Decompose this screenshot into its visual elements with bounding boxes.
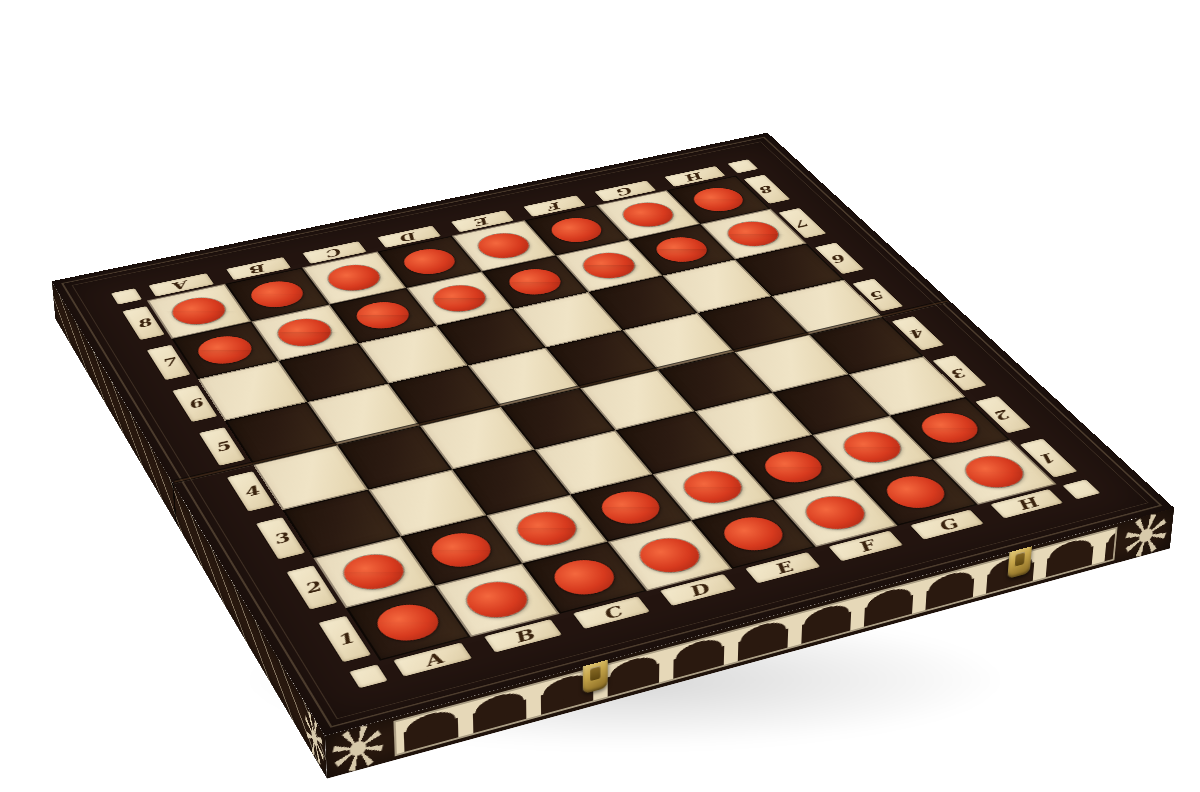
piece-glyph: ♟	[342, 181, 423, 329]
chess-set-photo: 88AA77BB66CC55DD44EE33FF22GG11HH ♜♞♝♛♚♝♞…	[0, 0, 1200, 792]
coord-label: 6	[184, 397, 205, 410]
piece-glyph: ♟	[569, 135, 648, 279]
coord-label: E	[770, 560, 796, 576]
coord-file-c-bottom: C	[573, 596, 650, 629]
coord-rank-6-left: 6	[172, 385, 217, 422]
coord-file-g-bottom: G	[910, 510, 984, 540]
coord-label: 1	[333, 630, 357, 647]
coord-rank-4-left: 4	[227, 471, 275, 511]
coord-label: D	[684, 581, 712, 598]
coord-rank-1-left: 1	[318, 616, 371, 662]
coord-rank-3-left: 3	[256, 517, 305, 559]
piece-glyph: ♟	[419, 166, 500, 312]
corner-tile	[349, 664, 388, 688]
coord-label: H	[1012, 496, 1042, 512]
coord-label: 2	[300, 579, 323, 595]
coord-label: 5	[211, 439, 232, 453]
corner-tile	[111, 288, 142, 304]
coord-label: 7	[792, 217, 813, 228]
board-surface: 88AA77BB66CC55DD44EE33FF22GG11HH ♜♞♝♛♚♝♞…	[52, 133, 1175, 736]
corner-tile	[1062, 479, 1100, 499]
coord-label: 7	[158, 356, 178, 369]
coord-label: F	[853, 538, 878, 554]
coord-label: A	[420, 651, 446, 669]
coord-file-a-bottom: A	[393, 642, 472, 676]
piece-glyph: ♜	[347, 421, 469, 643]
coord-rank-8-left: 8	[122, 306, 164, 340]
coord-file-f-bottom: F	[828, 531, 903, 562]
coord-file-d-bottom: D	[660, 574, 736, 606]
chess-board: 88AA77BB66CC55DD44EE33FF22GG11HH ♜♞♝♛♚♝♞…	[52, 133, 1175, 736]
piece-glyph: ♟	[263, 197, 345, 346]
coord-file-b-bottom: B	[484, 619, 562, 652]
piece-glyph: ♟	[495, 150, 575, 295]
coord-label: C	[598, 604, 625, 621]
coord-label: 6	[829, 252, 850, 263]
coord-rank-2-left: 2	[286, 565, 337, 609]
piece-glyph: ♟	[714, 106, 792, 247]
coord-label: 8	[134, 317, 154, 329]
coord-file-e-bottom: E	[745, 552, 820, 583]
coord-label: G	[933, 517, 961, 533]
coord-label: B	[509, 627, 537, 645]
piece-glyph: ♟	[642, 120, 721, 262]
piece-glyph: ♟	[183, 213, 266, 363]
coord-label: 3	[269, 530, 291, 545]
coord-label: 4	[240, 484, 262, 499]
